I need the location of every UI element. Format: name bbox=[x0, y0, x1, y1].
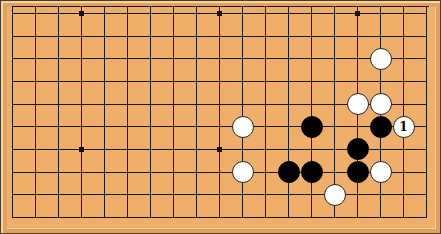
intersection bbox=[93, 206, 116, 229]
intersection bbox=[231, 93, 254, 116]
intersection bbox=[231, 161, 254, 184]
black-stone bbox=[347, 138, 369, 160]
intersection bbox=[93, 93, 116, 116]
intersection bbox=[185, 47, 208, 70]
intersection bbox=[369, 70, 392, 93]
intersection bbox=[323, 47, 346, 70]
intersection bbox=[47, 138, 70, 161]
intersection bbox=[24, 47, 47, 70]
intersection bbox=[162, 47, 185, 70]
intersection bbox=[139, 25, 162, 48]
intersection bbox=[116, 115, 139, 138]
intersection bbox=[162, 206, 185, 229]
intersection bbox=[231, 70, 254, 93]
white-stone bbox=[370, 161, 392, 183]
white-stone bbox=[370, 48, 392, 70]
intersection bbox=[346, 70, 369, 93]
white-stone bbox=[347, 93, 369, 115]
intersection bbox=[277, 115, 300, 138]
intersection bbox=[1, 25, 24, 48]
intersection bbox=[208, 115, 231, 138]
intersection bbox=[70, 93, 93, 116]
intersection bbox=[346, 25, 369, 48]
intersection bbox=[93, 184, 116, 207]
intersection bbox=[185, 25, 208, 48]
intersection bbox=[323, 70, 346, 93]
intersection bbox=[139, 93, 162, 116]
intersection bbox=[185, 138, 208, 161]
intersection bbox=[116, 70, 139, 93]
intersection bbox=[231, 115, 254, 138]
intersection bbox=[208, 206, 231, 229]
intersection bbox=[24, 115, 47, 138]
white-stone: 1 bbox=[393, 116, 415, 138]
intersection bbox=[93, 47, 116, 70]
intersection bbox=[369, 47, 392, 70]
intersection bbox=[277, 93, 300, 116]
intersection bbox=[185, 161, 208, 184]
intersection bbox=[185, 70, 208, 93]
star-point bbox=[217, 147, 222, 152]
intersection bbox=[93, 138, 116, 161]
intersection bbox=[139, 138, 162, 161]
star-point bbox=[79, 147, 84, 152]
intersection bbox=[254, 70, 277, 93]
intersection bbox=[231, 184, 254, 207]
intersection bbox=[116, 25, 139, 48]
intersection bbox=[346, 115, 369, 138]
star-point bbox=[79, 11, 84, 16]
intersection bbox=[93, 70, 116, 93]
intersection bbox=[116, 184, 139, 207]
intersection bbox=[24, 70, 47, 93]
intersection bbox=[1, 93, 24, 116]
intersection bbox=[162, 70, 185, 93]
intersection bbox=[47, 47, 70, 70]
intersection bbox=[323, 93, 346, 116]
move-number-label: 1 bbox=[399, 121, 407, 133]
intersection bbox=[300, 184, 323, 207]
board-crop-boundary-line bbox=[12, 6, 429, 7]
intersection bbox=[369, 115, 392, 138]
intersection bbox=[277, 138, 300, 161]
intersection bbox=[392, 93, 415, 116]
intersection bbox=[162, 161, 185, 184]
intersection bbox=[139, 70, 162, 93]
black-stone bbox=[370, 116, 392, 138]
black-stone bbox=[301, 116, 323, 138]
intersection bbox=[254, 206, 277, 229]
intersection bbox=[277, 70, 300, 93]
intersection bbox=[231, 25, 254, 48]
intersection bbox=[346, 161, 369, 184]
intersection bbox=[392, 161, 415, 184]
intersection bbox=[323, 184, 346, 207]
go-board: 1 bbox=[0, 0, 441, 234]
intersection bbox=[139, 206, 162, 229]
intersection bbox=[300, 93, 323, 116]
intersection bbox=[47, 184, 70, 207]
intersection bbox=[392, 138, 415, 161]
intersection bbox=[369, 25, 392, 48]
intersection bbox=[254, 93, 277, 116]
intersection bbox=[185, 206, 208, 229]
intersection bbox=[139, 184, 162, 207]
intersection bbox=[392, 47, 415, 70]
intersection bbox=[231, 206, 254, 229]
intersection bbox=[300, 47, 323, 70]
intersection bbox=[47, 161, 70, 184]
intersection bbox=[300, 138, 323, 161]
intersection bbox=[208, 47, 231, 70]
intersection bbox=[162, 25, 185, 48]
white-stone bbox=[232, 116, 254, 138]
intersection bbox=[254, 47, 277, 70]
intersection bbox=[93, 161, 116, 184]
white-stone bbox=[370, 93, 392, 115]
intersection bbox=[1, 184, 24, 207]
intersection bbox=[415, 138, 438, 161]
intersection bbox=[208, 184, 231, 207]
intersection bbox=[415, 47, 438, 70]
intersection bbox=[185, 184, 208, 207]
white-stone bbox=[324, 184, 346, 206]
intersection bbox=[277, 184, 300, 207]
intersection bbox=[70, 138, 93, 161]
intersection bbox=[392, 206, 415, 229]
intersection bbox=[369, 138, 392, 161]
intersection bbox=[1, 115, 24, 138]
intersection bbox=[70, 70, 93, 93]
intersection bbox=[300, 161, 323, 184]
intersection bbox=[208, 25, 231, 48]
star-point bbox=[355, 11, 360, 16]
intersection bbox=[139, 161, 162, 184]
intersection bbox=[1, 161, 24, 184]
intersection bbox=[300, 206, 323, 229]
intersection bbox=[300, 25, 323, 48]
intersection bbox=[162, 138, 185, 161]
intersection bbox=[300, 115, 323, 138]
intersection bbox=[277, 206, 300, 229]
intersection bbox=[47, 115, 70, 138]
intersection bbox=[254, 161, 277, 184]
board-grid: 1 bbox=[1, 2, 438, 229]
intersection bbox=[139, 47, 162, 70]
intersection bbox=[254, 115, 277, 138]
intersection bbox=[369, 161, 392, 184]
intersection bbox=[116, 206, 139, 229]
intersection bbox=[208, 70, 231, 93]
intersection bbox=[47, 25, 70, 48]
intersection bbox=[300, 70, 323, 93]
intersection bbox=[392, 25, 415, 48]
intersection bbox=[254, 25, 277, 48]
intersection bbox=[70, 115, 93, 138]
intersection bbox=[1, 138, 24, 161]
intersection bbox=[70, 25, 93, 48]
intersection bbox=[323, 138, 346, 161]
intersection bbox=[1, 47, 24, 70]
intersection bbox=[415, 25, 438, 48]
intersection bbox=[24, 184, 47, 207]
intersection bbox=[277, 47, 300, 70]
intersection bbox=[346, 206, 369, 229]
intersection bbox=[162, 93, 185, 116]
intersection bbox=[70, 184, 93, 207]
intersection bbox=[323, 115, 346, 138]
intersection bbox=[24, 161, 47, 184]
intersection bbox=[369, 184, 392, 207]
white-stone bbox=[232, 161, 254, 183]
intersection bbox=[323, 206, 346, 229]
intersection bbox=[231, 47, 254, 70]
intersection bbox=[415, 70, 438, 93]
intersection bbox=[323, 161, 346, 184]
intersection bbox=[24, 206, 47, 229]
intersection bbox=[70, 47, 93, 70]
intersection bbox=[116, 47, 139, 70]
intersection bbox=[47, 93, 70, 116]
intersection bbox=[162, 184, 185, 207]
intersection bbox=[415, 206, 438, 229]
black-stone bbox=[347, 161, 369, 183]
intersection bbox=[346, 47, 369, 70]
intersection bbox=[346, 184, 369, 207]
intersection bbox=[70, 161, 93, 184]
intersection bbox=[70, 206, 93, 229]
intersection bbox=[415, 93, 438, 116]
intersection bbox=[1, 206, 24, 229]
intersection bbox=[185, 93, 208, 116]
intersection bbox=[323, 25, 346, 48]
black-stone bbox=[301, 161, 323, 183]
intersection bbox=[346, 93, 369, 116]
intersection bbox=[1, 70, 24, 93]
intersection bbox=[24, 25, 47, 48]
intersection bbox=[24, 93, 47, 116]
intersection bbox=[93, 25, 116, 48]
intersection bbox=[277, 25, 300, 48]
intersection bbox=[392, 70, 415, 93]
intersection bbox=[47, 70, 70, 93]
intersection bbox=[116, 161, 139, 184]
intersection bbox=[254, 184, 277, 207]
intersection bbox=[392, 184, 415, 207]
intersection bbox=[415, 161, 438, 184]
intersection: 1 bbox=[392, 115, 415, 138]
star-point bbox=[217, 11, 222, 16]
intersection bbox=[185, 115, 208, 138]
black-stone bbox=[278, 161, 300, 183]
intersection bbox=[47, 206, 70, 229]
intersection bbox=[93, 115, 116, 138]
intersection bbox=[254, 138, 277, 161]
intersection bbox=[24, 138, 47, 161]
intersection bbox=[208, 138, 231, 161]
intersection bbox=[162, 115, 185, 138]
intersection bbox=[208, 161, 231, 184]
intersection bbox=[369, 206, 392, 229]
intersection bbox=[277, 161, 300, 184]
intersection bbox=[346, 138, 369, 161]
intersection bbox=[415, 115, 438, 138]
intersection bbox=[139, 115, 162, 138]
intersection bbox=[415, 184, 438, 207]
intersection bbox=[369, 93, 392, 116]
intersection bbox=[208, 93, 231, 116]
intersection bbox=[116, 138, 139, 161]
intersection bbox=[231, 138, 254, 161]
intersection bbox=[116, 93, 139, 116]
